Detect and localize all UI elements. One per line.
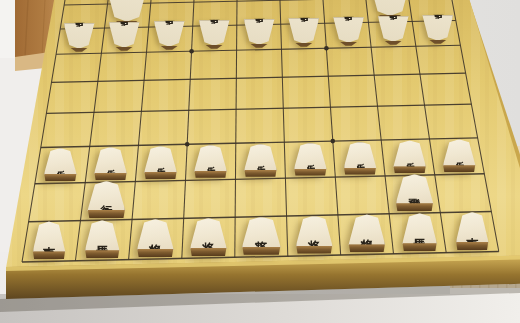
- piece-face: 歩兵: [443, 139, 476, 166]
- piece-gote-pawn-8c: 歩兵: [109, 22, 140, 51]
- piece-face: 銀将: [348, 214, 385, 245]
- piece-side-edge: [333, 42, 364, 46]
- piece-side-edge: [294, 169, 327, 176]
- piece-side-edge: [396, 203, 434, 211]
- piece-face: 歩兵: [422, 15, 453, 41]
- piece-side-edge: [378, 41, 409, 45]
- piece-face: 歩兵: [294, 143, 327, 170]
- piece-face: 歩兵: [194, 145, 227, 172]
- piece-side-edge: [244, 44, 275, 48]
- piece-gote-pawn-1c: 歩兵: [422, 15, 453, 44]
- piece-face: 歩兵: [288, 18, 319, 44]
- piece-side-edge: [242, 247, 281, 255]
- piece-side-edge: [64, 48, 95, 52]
- piece-face: 飛車: [396, 174, 434, 204]
- piece-face: 角行: [87, 181, 125, 211]
- piece-sente-pawn-4g: 歩兵: [294, 143, 327, 176]
- piece-side-edge: [244, 170, 277, 177]
- piece-side-edge: [94, 173, 127, 180]
- piece-gote-pawn-3c: 歩兵: [333, 17, 364, 46]
- piece-side-edge: [194, 171, 227, 178]
- piece-sente-pawn-1g: 歩兵: [443, 139, 476, 172]
- piece-side-edge: [456, 242, 489, 250]
- piece-sente-pawn-3g: 歩兵: [344, 142, 377, 175]
- piece-face: 桂馬: [85, 220, 120, 251]
- piece-sente-silver-7i: 銀将: [137, 219, 174, 257]
- piece-side-edge: [296, 246, 333, 254]
- piece-face: 銀将: [137, 219, 174, 250]
- piece-face: 歩兵: [393, 140, 426, 167]
- piece-sente-pawn-6g: 歩兵: [194, 145, 227, 178]
- piece-face: 金将: [190, 218, 227, 249]
- piece-face: 飛車: [107, 0, 147, 22]
- piece-sente-pawn-8g: 歩兵: [94, 147, 127, 180]
- piece-side-edge: [190, 248, 227, 256]
- piece-side-edge: [199, 45, 230, 49]
- piece-sente-knight-2i: 桂馬: [402, 213, 437, 251]
- piece-gote-pawn-4c: 歩兵: [288, 18, 319, 47]
- piece-face: 金将: [296, 216, 333, 247]
- piece-side-edge: [144, 172, 177, 179]
- piece-sente-lance-1i: 香車: [456, 212, 489, 250]
- piece-sente-bishop-8h: 角行: [87, 181, 125, 218]
- piece-face: 歩兵: [109, 22, 140, 48]
- piece-side-edge: [348, 244, 385, 252]
- piece-face: 歩兵: [378, 16, 409, 42]
- piece-sente-knight-8i: 桂馬: [85, 220, 120, 258]
- piece-face: 歩兵: [64, 23, 95, 49]
- piece-sente-silver-3i: 銀将: [348, 214, 385, 252]
- piece-face: 王将: [242, 217, 281, 248]
- piece-face: 歩兵: [144, 146, 177, 173]
- piece-sente-king-5i: 王将: [242, 217, 281, 255]
- piece-face: 桂馬: [402, 213, 437, 244]
- piece-side-edge: [422, 40, 453, 44]
- piece-side-edge: [443, 165, 476, 172]
- piece-face: 歩兵: [344, 142, 377, 169]
- piece-gote-pawn-6c: 歩兵: [199, 20, 230, 49]
- piece-side-edge: [137, 249, 174, 257]
- piece-side-edge: [154, 46, 185, 50]
- piece-side-edge: [288, 43, 319, 47]
- shogi-board-photo: 飛車角行歩兵歩兵歩兵歩兵歩兵歩兵歩兵歩兵歩兵歩兵歩兵歩兵歩兵歩兵歩兵歩兵歩兵歩兵…: [0, 0, 520, 323]
- piece-face: 歩兵: [333, 17, 364, 43]
- piece-sente-gold-6i: 金将: [190, 218, 227, 256]
- piece-sente-pawn-2g: 歩兵: [393, 140, 426, 173]
- piece-side-edge: [87, 210, 125, 218]
- piece-face: 歩兵: [94, 147, 127, 174]
- piece-gote-pawn-5c: 歩兵: [244, 19, 275, 48]
- piece-face: 香車: [33, 221, 66, 252]
- pieces-layer: 飛車角行歩兵歩兵歩兵歩兵歩兵歩兵歩兵歩兵歩兵歩兵歩兵歩兵歩兵歩兵歩兵歩兵歩兵歩兵…: [0, 0, 520, 323]
- piece-sente-gold-4i: 金将: [296, 216, 333, 254]
- piece-gote-pawn-2c: 歩兵: [378, 16, 409, 45]
- piece-sente-pawn-9g: 歩兵: [44, 148, 77, 181]
- piece-side-edge: [402, 243, 437, 251]
- piece-gote-pawn-9c: 歩兵: [64, 23, 95, 52]
- piece-sente-rook-2h: 飛車: [396, 174, 434, 211]
- piece-sente-pawn-5g: 歩兵: [244, 144, 277, 177]
- piece-face: 角行: [370, 0, 410, 16]
- piece-gote-pawn-7c: 歩兵: [154, 21, 185, 50]
- piece-sente-lance-9i: 香車: [33, 221, 66, 259]
- piece-side-edge: [33, 251, 66, 259]
- piece-side-edge: [44, 174, 77, 181]
- piece-side-edge: [85, 250, 120, 258]
- piece-sente-pawn-7g: 歩兵: [144, 146, 177, 179]
- piece-face: 歩兵: [44, 148, 77, 175]
- piece-face: 香車: [456, 212, 489, 243]
- piece-side-edge: [344, 168, 377, 175]
- piece-face: 歩兵: [244, 19, 275, 45]
- piece-side-edge: [393, 166, 426, 173]
- piece-face: 歩兵: [244, 144, 277, 171]
- piece-side-edge: [109, 47, 140, 51]
- piece-face: 歩兵: [154, 21, 185, 47]
- piece-face: 歩兵: [199, 20, 230, 46]
